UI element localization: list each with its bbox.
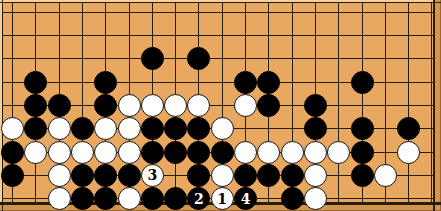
stone-white [304, 164, 327, 187]
stone-white [257, 141, 280, 164]
stone-black [94, 94, 117, 117]
stone-white [187, 94, 210, 117]
stone-black [71, 187, 94, 210]
stone-black [141, 47, 164, 70]
stone-white [71, 141, 94, 164]
stone-black [141, 141, 164, 164]
grid-horizontal-line [2, 35, 434, 36]
stone-white [234, 141, 257, 164]
stone-black [141, 187, 164, 210]
stone-black [234, 71, 257, 94]
go-board-diagram: 3214 [0, 0, 441, 211]
stone-black [71, 164, 94, 187]
stone-black [141, 117, 164, 140]
stone-white [48, 164, 71, 187]
stone-white [327, 141, 350, 164]
stone-white [211, 117, 234, 140]
stone-white [24, 141, 47, 164]
stone-black [351, 141, 374, 164]
stone-black [94, 164, 117, 187]
stone-black [351, 117, 374, 140]
board-frame-top [0, 2, 441, 3]
stone-black [24, 71, 47, 94]
stone-black [187, 47, 210, 70]
stone-white [281, 141, 304, 164]
stone-black [281, 187, 304, 210]
grid-horizontal-line [2, 12, 434, 13]
stone-white [118, 94, 141, 117]
stone-black [257, 164, 280, 187]
stone-white [397, 141, 420, 164]
move-number-label: 3 [147, 168, 157, 182]
stone-black [164, 117, 187, 140]
stone-white [211, 164, 234, 187]
stone-white [118, 187, 141, 210]
stone-white: 1 [211, 187, 234, 210]
stone-black [71, 117, 94, 140]
move-number-label: 1 [217, 192, 227, 206]
stone-black [24, 117, 47, 140]
stone-black [187, 164, 210, 187]
stone-white [374, 164, 397, 187]
stone-white [141, 94, 164, 117]
stone-black [257, 94, 280, 117]
stone-black [118, 164, 141, 187]
grid-horizontal-line [2, 58, 434, 59]
stone-white [118, 117, 141, 140]
stone-white [48, 141, 71, 164]
stone-black [48, 94, 71, 117]
stone-black [187, 117, 210, 140]
stone-black [187, 141, 210, 164]
stone-white [48, 187, 71, 210]
move-number-label: 4 [241, 192, 251, 206]
stone-white [164, 94, 187, 117]
stone-black [94, 71, 117, 94]
stone-white [94, 117, 117, 140]
stone-black [1, 141, 24, 164]
stone-black [351, 164, 374, 187]
stone-black [281, 164, 304, 187]
stone-black [304, 94, 327, 117]
stone-black [304, 117, 327, 140]
stone-white [48, 117, 71, 140]
stone-white [118, 141, 141, 164]
stone-black [351, 71, 374, 94]
stone-black [1, 164, 24, 187]
stone-white [234, 94, 257, 117]
grid-vertical-line [338, 2, 339, 203]
stone-white [1, 117, 24, 140]
move-number-label: 2 [194, 192, 204, 206]
stone-white: 3 [141, 164, 164, 187]
stone-black [234, 164, 257, 187]
stone-black [397, 117, 420, 140]
stone-black [24, 94, 47, 117]
stone-white [94, 141, 117, 164]
grid-vertical-line [408, 2, 409, 203]
stone-white [304, 141, 327, 164]
stone-white [304, 187, 327, 210]
stone-black [257, 71, 280, 94]
stone-black [164, 141, 187, 164]
grid-vertical-line [431, 2, 432, 203]
stone-black [211, 141, 234, 164]
